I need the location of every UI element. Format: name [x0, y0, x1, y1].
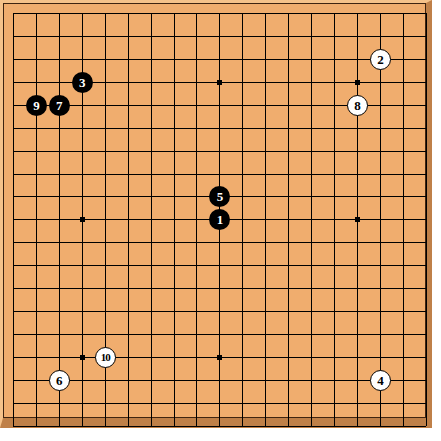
- board-intersection: 5: [208, 186, 231, 209]
- board-intersection: [231, 186, 254, 209]
- board-intersection: [392, 2, 415, 25]
- board-intersection: [415, 2, 438, 25]
- board-intersection: [25, 415, 48, 428]
- board-intersection: [254, 48, 277, 71]
- board-intersection: [277, 208, 300, 231]
- board-intersection: [254, 117, 277, 140]
- board-intersection: [25, 346, 48, 369]
- board-intersection: [140, 140, 163, 163]
- board-intersection: [300, 369, 323, 392]
- go-board: 23978511064: [0, 0, 432, 428]
- board-intersection: [346, 140, 369, 163]
- board-intersection: [300, 277, 323, 300]
- board-intersection: [254, 231, 277, 254]
- board-intersection: 1: [208, 208, 231, 231]
- board-intersection: [231, 94, 254, 117]
- hoshi-point: [355, 217, 360, 222]
- board-intersection: [71, 300, 94, 323]
- board-intersection: [231, 392, 254, 415]
- board-intersection: [71, 415, 94, 428]
- hoshi-point: [80, 217, 85, 222]
- board-intersection: [346, 163, 369, 186]
- board-intersection: [186, 415, 209, 428]
- board-intersection: [48, 208, 71, 231]
- board-intersection: [231, 2, 254, 25]
- board-intersection: [415, 277, 438, 300]
- board-intersection: [277, 186, 300, 209]
- board-intersection: [369, 415, 392, 428]
- board-intersection: [346, 48, 369, 71]
- board-intersection: [163, 140, 186, 163]
- board-intersection: [277, 231, 300, 254]
- board-intersection: [117, 208, 140, 231]
- board-intersection: [163, 323, 186, 346]
- board-intersection: [140, 323, 163, 346]
- board-intersection: [300, 94, 323, 117]
- board-intersection: 4: [369, 369, 392, 392]
- board-intersection: [323, 323, 346, 346]
- board-intersection: [346, 71, 369, 94]
- board-intersection: [2, 392, 25, 415]
- board-intersection: [186, 140, 209, 163]
- board-intersection: [163, 346, 186, 369]
- board-intersection: [48, 140, 71, 163]
- board-intersection: [186, 346, 209, 369]
- board-intersection: [346, 254, 369, 277]
- board-grid: 23978511064: [2, 2, 438, 428]
- board-intersection: [25, 369, 48, 392]
- board-intersection: [208, 231, 231, 254]
- hoshi-point: [217, 355, 222, 360]
- board-intersection: [117, 346, 140, 369]
- board-intersection: [208, 277, 231, 300]
- hoshi-point: [80, 355, 85, 360]
- board-intersection: [117, 300, 140, 323]
- board-intersection: [392, 117, 415, 140]
- board-intersection: [392, 231, 415, 254]
- board-intersection: [300, 208, 323, 231]
- board-intersection: [323, 254, 346, 277]
- board-intersection: [71, 346, 94, 369]
- board-intersection: [300, 415, 323, 428]
- board-intersection: [186, 208, 209, 231]
- board-intersection: [323, 48, 346, 71]
- board-intersection: [186, 300, 209, 323]
- board-intersection: [140, 415, 163, 428]
- board-intersection: [369, 277, 392, 300]
- board-intersection: [163, 415, 186, 428]
- board-intersection: [2, 369, 25, 392]
- hoshi-point: [355, 80, 360, 85]
- board-intersection: [2, 231, 25, 254]
- board-intersection: [323, 2, 346, 25]
- board-intersection: [208, 94, 231, 117]
- board-intersection: [140, 25, 163, 48]
- board-intersection: [231, 48, 254, 71]
- board-intersection: [140, 277, 163, 300]
- board-intersection: [277, 392, 300, 415]
- board-intersection: [231, 254, 254, 277]
- board-intersection: [48, 392, 71, 415]
- board-intersection: [140, 163, 163, 186]
- board-intersection: [2, 48, 25, 71]
- board-intersection: [94, 231, 117, 254]
- board-intersection: [254, 415, 277, 428]
- board-intersection: [392, 71, 415, 94]
- board-intersection: [277, 117, 300, 140]
- board-intersection: [346, 300, 369, 323]
- board-intersection: [208, 392, 231, 415]
- board-intersection: [415, 140, 438, 163]
- board-intersection: [208, 71, 231, 94]
- board-intersection: [415, 94, 438, 117]
- board-intersection: [94, 163, 117, 186]
- board-intersection: [71, 2, 94, 25]
- board-intersection: [254, 208, 277, 231]
- board-intersection: [415, 392, 438, 415]
- board-intersection: [369, 300, 392, 323]
- board-intersection: [346, 392, 369, 415]
- board-intersection: [48, 186, 71, 209]
- board-intersection: [254, 369, 277, 392]
- board-intersection: [300, 2, 323, 25]
- board-intersection: [208, 300, 231, 323]
- board-intersection: [346, 415, 369, 428]
- board-intersection: [369, 208, 392, 231]
- board-intersection: [300, 140, 323, 163]
- board-intersection: [2, 117, 25, 140]
- board-intersection: [369, 25, 392, 48]
- board-intersection: [392, 300, 415, 323]
- board-intersection: [415, 186, 438, 209]
- board-intersection: 10: [94, 346, 117, 369]
- board-intersection: [369, 117, 392, 140]
- board-intersection: [208, 48, 231, 71]
- board-intersection: [392, 415, 415, 428]
- board-intersection: [94, 392, 117, 415]
- board-intersection: [25, 208, 48, 231]
- board-intersection: [277, 25, 300, 48]
- board-intersection: [346, 231, 369, 254]
- board-intersection: [415, 25, 438, 48]
- board-intersection: [369, 231, 392, 254]
- board-intersection: [277, 323, 300, 346]
- board-intersection: [208, 25, 231, 48]
- board-intersection: [231, 25, 254, 48]
- board-intersection: [323, 163, 346, 186]
- board-intersection: [48, 300, 71, 323]
- board-intersection: [277, 300, 300, 323]
- board-intersection: [415, 323, 438, 346]
- board-intersection: [254, 254, 277, 277]
- board-intersection: [163, 48, 186, 71]
- stone-white-8: 8: [347, 95, 368, 116]
- board-intersection: [117, 323, 140, 346]
- board-intersection: [163, 2, 186, 25]
- board-intersection: [346, 323, 369, 346]
- board-intersection: [186, 254, 209, 277]
- board-intersection: [163, 117, 186, 140]
- board-intersection: [117, 140, 140, 163]
- board-intersection: [94, 323, 117, 346]
- board-intersection: [140, 254, 163, 277]
- board-intersection: [2, 25, 25, 48]
- board-intersection: [25, 323, 48, 346]
- board-intersection: [254, 2, 277, 25]
- stone-white-6: 6: [49, 370, 70, 391]
- board-intersection: [186, 186, 209, 209]
- board-intersection: [231, 415, 254, 428]
- board-intersection: 3: [71, 71, 94, 94]
- board-intersection: [415, 48, 438, 71]
- stone-black-1: 1: [209, 209, 230, 230]
- board-intersection: [208, 163, 231, 186]
- board-intersection: [231, 231, 254, 254]
- board-intersection: [231, 277, 254, 300]
- board-intersection: [163, 369, 186, 392]
- board-intersection: [186, 2, 209, 25]
- board-intersection: [2, 254, 25, 277]
- board-intersection: [140, 117, 163, 140]
- stone-black-9: 9: [26, 95, 47, 116]
- board-intersection: [392, 277, 415, 300]
- board-intersection: [140, 71, 163, 94]
- board-intersection: [392, 208, 415, 231]
- board-intersection: [300, 163, 323, 186]
- board-intersection: [392, 25, 415, 48]
- board-intersection: [254, 94, 277, 117]
- board-intersection: [117, 254, 140, 277]
- board-intersection: [140, 369, 163, 392]
- board-intersection: [117, 392, 140, 415]
- board-intersection: [254, 25, 277, 48]
- board-intersection: [94, 94, 117, 117]
- board-intersection: [208, 117, 231, 140]
- board-intersection: [117, 186, 140, 209]
- board-intersection: [323, 231, 346, 254]
- board-intersection: [48, 2, 71, 25]
- board-intersection: [48, 254, 71, 277]
- board-intersection: [323, 346, 346, 369]
- board-intersection: [48, 71, 71, 94]
- board-intersection: [300, 71, 323, 94]
- board-intersection: [208, 369, 231, 392]
- board-intersection: [231, 369, 254, 392]
- board-intersection: [186, 117, 209, 140]
- board-intersection: [300, 300, 323, 323]
- board-intersection: [231, 208, 254, 231]
- board-intersection: [277, 48, 300, 71]
- board-intersection: [71, 25, 94, 48]
- board-intersection: [163, 231, 186, 254]
- board-intersection: [208, 323, 231, 346]
- board-intersection: [369, 186, 392, 209]
- board-intersection: [415, 254, 438, 277]
- board-intersection: [186, 392, 209, 415]
- board-intersection: [254, 163, 277, 186]
- board-intersection: [25, 117, 48, 140]
- board-intersection: [254, 346, 277, 369]
- board-intersection: [277, 277, 300, 300]
- board-intersection: [323, 140, 346, 163]
- board-intersection: [392, 369, 415, 392]
- board-intersection: [346, 346, 369, 369]
- board-intersection: [163, 186, 186, 209]
- board-intersection: [323, 415, 346, 428]
- board-intersection: [163, 94, 186, 117]
- board-intersection: [140, 300, 163, 323]
- board-intersection: [25, 25, 48, 48]
- board-intersection: [392, 323, 415, 346]
- board-intersection: [277, 163, 300, 186]
- board-intersection: [300, 186, 323, 209]
- board-intersection: [163, 277, 186, 300]
- board-intersection: [48, 117, 71, 140]
- board-intersection: [392, 186, 415, 209]
- board-intersection: [140, 208, 163, 231]
- board-intersection: [2, 346, 25, 369]
- board-intersection: [369, 140, 392, 163]
- board-intersection: [346, 117, 369, 140]
- board-intersection: [71, 254, 94, 277]
- board-intersection: [231, 323, 254, 346]
- board-intersection: [94, 369, 117, 392]
- board-intersection: [25, 48, 48, 71]
- board-intersection: [346, 25, 369, 48]
- board-intersection: [231, 300, 254, 323]
- board-intersection: [186, 25, 209, 48]
- board-intersection: [186, 369, 209, 392]
- board-intersection: [392, 392, 415, 415]
- board-intersection: 6: [48, 369, 71, 392]
- board-intersection: [323, 94, 346, 117]
- board-intersection: [140, 2, 163, 25]
- board-intersection: [392, 94, 415, 117]
- board-intersection: [117, 48, 140, 71]
- board-intersection: [186, 277, 209, 300]
- board-intersection: [117, 163, 140, 186]
- board-intersection: [163, 25, 186, 48]
- board-intersection: [346, 186, 369, 209]
- board-intersection: [94, 254, 117, 277]
- board-intersection: [392, 254, 415, 277]
- board-intersection: [2, 300, 25, 323]
- board-intersection: [71, 208, 94, 231]
- board-intersection: [2, 163, 25, 186]
- board-intersection: [71, 323, 94, 346]
- board-intersection: [163, 392, 186, 415]
- stone-white-2: 2: [370, 49, 391, 70]
- board-intersection: [186, 71, 209, 94]
- board-intersection: [2, 94, 25, 117]
- board-intersection: [369, 94, 392, 117]
- board-intersection: [254, 140, 277, 163]
- board-intersection: [25, 140, 48, 163]
- board-intersection: [71, 140, 94, 163]
- board-intersection: [163, 71, 186, 94]
- board-intersection: [48, 48, 71, 71]
- board-intersection: [277, 140, 300, 163]
- board-intersection: 9: [25, 94, 48, 117]
- board-intersection: [369, 346, 392, 369]
- board-intersection: [208, 346, 231, 369]
- board-intersection: [254, 323, 277, 346]
- board-intersection: [369, 323, 392, 346]
- board-intersection: [2, 2, 25, 25]
- board-intersection: [2, 208, 25, 231]
- board-intersection: [369, 71, 392, 94]
- board-intersection: [415, 163, 438, 186]
- board-intersection: [94, 300, 117, 323]
- board-intersection: [48, 231, 71, 254]
- board-intersection: [300, 25, 323, 48]
- board-intersection: [2, 140, 25, 163]
- board-intersection: [277, 415, 300, 428]
- board-intersection: [415, 300, 438, 323]
- board-intersection: [323, 25, 346, 48]
- board-intersection: [231, 117, 254, 140]
- board-intersection: [25, 71, 48, 94]
- board-intersection: [369, 392, 392, 415]
- board-intersection: [2, 186, 25, 209]
- board-intersection: [117, 2, 140, 25]
- board-intersection: [415, 369, 438, 392]
- board-intersection: [300, 48, 323, 71]
- board-intersection: [71, 231, 94, 254]
- board-intersection: [71, 277, 94, 300]
- board-intersection: [2, 71, 25, 94]
- board-intersection: [186, 323, 209, 346]
- board-intersection: [300, 346, 323, 369]
- board-intersection: [415, 231, 438, 254]
- board-intersection: [117, 369, 140, 392]
- board-intersection: [323, 369, 346, 392]
- board-intersection: [94, 2, 117, 25]
- board-intersection: [71, 392, 94, 415]
- board-intersection: [117, 25, 140, 48]
- board-intersection: [392, 346, 415, 369]
- board-intersection: [25, 186, 48, 209]
- board-intersection: [392, 163, 415, 186]
- board-intersection: [346, 277, 369, 300]
- board-intersection: [277, 2, 300, 25]
- board-intersection: [71, 369, 94, 392]
- board-intersection: [71, 117, 94, 140]
- board-intersection: [94, 186, 117, 209]
- board-intersection: [117, 415, 140, 428]
- board-intersection: [71, 186, 94, 209]
- board-intersection: [48, 277, 71, 300]
- board-intersection: [231, 71, 254, 94]
- board-intersection: [369, 163, 392, 186]
- board-intersection: [415, 208, 438, 231]
- board-intersection: 2: [369, 48, 392, 71]
- board-intersection: [25, 300, 48, 323]
- board-intersection: [117, 94, 140, 117]
- board-intersection: [94, 71, 117, 94]
- board-intersection: [163, 300, 186, 323]
- board-intersection: [163, 163, 186, 186]
- board-intersection: [323, 186, 346, 209]
- board-intersection: [369, 2, 392, 25]
- board-intersection: [300, 231, 323, 254]
- board-intersection: [231, 346, 254, 369]
- board-intersection: [277, 94, 300, 117]
- board-intersection: [415, 117, 438, 140]
- board-intersection: [300, 117, 323, 140]
- board-intersection: [208, 415, 231, 428]
- stone-white-4: 4: [370, 370, 391, 391]
